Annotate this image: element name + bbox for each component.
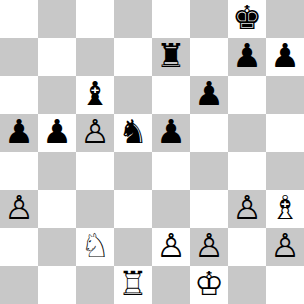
white-bishop-piece: ♗ (270, 190, 300, 227)
black-knight-piece: ♞ (118, 114, 148, 151)
square-h7[interactable]: ♟ (266, 38, 304, 76)
square-h1[interactable] (266, 266, 304, 304)
white-pawn-piece: ♙ (194, 228, 224, 265)
square-f4[interactable] (190, 152, 228, 190)
square-e2[interactable]: ♙ (152, 228, 190, 266)
square-g7[interactable]: ♟ (228, 38, 266, 76)
square-a1[interactable] (0, 266, 38, 304)
square-c3[interactable] (76, 190, 114, 228)
square-g2[interactable] (228, 228, 266, 266)
white-rook-piece: ♖ (118, 266, 148, 303)
square-d8[interactable] (114, 0, 152, 38)
square-f2[interactable]: ♙ (190, 228, 228, 266)
square-a2[interactable] (0, 228, 38, 266)
square-d7[interactable] (114, 38, 152, 76)
square-f8[interactable] (190, 0, 228, 38)
square-g1[interactable] (228, 266, 266, 304)
square-f6[interactable]: ♟ (190, 76, 228, 114)
white-king-piece: ♔ (194, 266, 224, 303)
square-f5[interactable] (190, 114, 228, 152)
square-c8[interactable] (76, 0, 114, 38)
square-h5[interactable] (266, 114, 304, 152)
square-a8[interactable] (0, 0, 38, 38)
square-d4[interactable] (114, 152, 152, 190)
black-pawn-piece: ♟ (232, 38, 262, 75)
square-c2[interactable]: ♘ (76, 228, 114, 266)
square-b3[interactable] (38, 190, 76, 228)
square-b2[interactable] (38, 228, 76, 266)
white-pawn-piece: ♙ (156, 228, 186, 265)
black-pawn-piece: ♟ (42, 114, 72, 151)
square-h2[interactable]: ♙ (266, 228, 304, 266)
square-g3[interactable]: ♙ (228, 190, 266, 228)
square-c7[interactable] (76, 38, 114, 76)
square-c4[interactable] (76, 152, 114, 190)
square-e5[interactable]: ♟ (152, 114, 190, 152)
square-g5[interactable] (228, 114, 266, 152)
square-a7[interactable] (0, 38, 38, 76)
square-g4[interactable] (228, 152, 266, 190)
square-h8[interactable] (266, 0, 304, 38)
square-d3[interactable] (114, 190, 152, 228)
black-bishop-piece: ♝ (80, 76, 110, 113)
square-b5[interactable]: ♟ (38, 114, 76, 152)
square-g6[interactable] (228, 76, 266, 114)
square-e1[interactable] (152, 266, 190, 304)
black-pawn-piece: ♟ (156, 114, 186, 151)
square-b8[interactable] (38, 0, 76, 38)
square-d1[interactable]: ♖ (114, 266, 152, 304)
square-b4[interactable] (38, 152, 76, 190)
square-b7[interactable] (38, 38, 76, 76)
square-g8[interactable]: ♚ (228, 0, 266, 38)
square-d6[interactable] (114, 76, 152, 114)
black-pawn-piece: ♟ (194, 76, 224, 113)
square-d2[interactable] (114, 228, 152, 266)
white-pawn-piece: ♙ (80, 114, 110, 151)
square-a3[interactable]: ♙ (0, 190, 38, 228)
white-knight-piece: ♘ (80, 228, 110, 265)
black-pawn-piece: ♟ (4, 114, 34, 151)
white-pawn-piece: ♙ (270, 228, 300, 265)
black-king-piece: ♚ (232, 0, 262, 37)
square-e4[interactable] (152, 152, 190, 190)
square-a4[interactable] (0, 152, 38, 190)
square-a6[interactable] (0, 76, 38, 114)
square-c5[interactable]: ♙ (76, 114, 114, 152)
square-a5[interactable]: ♟ (0, 114, 38, 152)
white-pawn-piece: ♙ (232, 190, 262, 227)
square-h6[interactable] (266, 76, 304, 114)
square-h4[interactable] (266, 152, 304, 190)
square-f3[interactable] (190, 190, 228, 228)
square-e8[interactable] (152, 0, 190, 38)
square-b1[interactable] (38, 266, 76, 304)
square-h3[interactable]: ♗ (266, 190, 304, 228)
black-rook-piece: ♜ (156, 38, 186, 75)
square-e3[interactable] (152, 190, 190, 228)
square-e6[interactable] (152, 76, 190, 114)
square-b6[interactable] (38, 76, 76, 114)
square-c6[interactable]: ♝ (76, 76, 114, 114)
square-f7[interactable] (190, 38, 228, 76)
square-d5[interactable]: ♞ (114, 114, 152, 152)
white-pawn-piece: ♙ (4, 190, 34, 227)
black-pawn-piece: ♟ (270, 38, 300, 75)
chess-board: ♚♜♟♟♝♟♟♟♙♞♟♙♙♗♘♙♙♙♖♔ (0, 0, 304, 304)
square-e7[interactable]: ♜ (152, 38, 190, 76)
square-c1[interactable] (76, 266, 114, 304)
square-f1[interactable]: ♔ (190, 266, 228, 304)
